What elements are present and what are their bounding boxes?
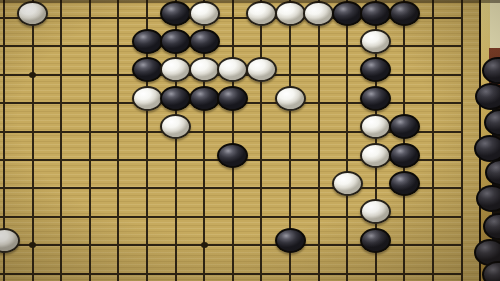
black-stone[interactable] bbox=[217, 143, 248, 168]
white-stone[interactable] bbox=[360, 29, 391, 54]
grid-line-vertical bbox=[461, 0, 463, 281]
white-stone[interactable] bbox=[160, 114, 191, 139]
black-stone[interactable] bbox=[189, 29, 220, 54]
white-stone[interactable] bbox=[332, 171, 363, 196]
black-stone[interactable] bbox=[360, 228, 391, 253]
black-stone[interactable] bbox=[132, 29, 163, 54]
hoshi-point bbox=[29, 242, 36, 248]
black-stone[interactable] bbox=[275, 228, 306, 253]
white-stone[interactable] bbox=[189, 1, 220, 26]
table-wood-edge bbox=[489, 48, 500, 103]
grid-line-horizontal bbox=[0, 244, 463, 246]
white-stone[interactable] bbox=[246, 1, 277, 26]
black-stone[interactable] bbox=[332, 1, 363, 26]
grid-line-horizontal bbox=[0, 45, 463, 47]
black-stone[interactable] bbox=[160, 1, 191, 26]
black-stone[interactable] bbox=[389, 114, 420, 139]
white-stone[interactable] bbox=[0, 228, 20, 253]
white-stone[interactable] bbox=[246, 57, 277, 82]
black-stone[interactable] bbox=[389, 143, 420, 168]
white-stone[interactable] bbox=[189, 57, 220, 82]
go-board[interactable] bbox=[0, 0, 479, 281]
grid-line-vertical bbox=[89, 0, 91, 281]
grid-line-vertical bbox=[232, 0, 234, 281]
white-stone[interactable] bbox=[360, 143, 391, 168]
background-light-patch bbox=[490, 0, 500, 48]
white-stone[interactable] bbox=[217, 57, 248, 82]
screenshot-frame bbox=[0, 0, 500, 281]
black-stone[interactable] bbox=[360, 86, 391, 111]
black-stone[interactable] bbox=[217, 86, 248, 111]
black-stone[interactable] bbox=[389, 1, 420, 26]
hoshi-point bbox=[201, 242, 208, 248]
black-stone[interactable] bbox=[389, 171, 420, 196]
black-stone[interactable] bbox=[360, 1, 391, 26]
grid-line-vertical bbox=[346, 0, 348, 281]
white-stone[interactable] bbox=[275, 1, 306, 26]
white-stone[interactable] bbox=[132, 86, 163, 111]
white-stone[interactable] bbox=[303, 1, 334, 26]
grid-line-vertical bbox=[60, 0, 62, 281]
white-stone[interactable] bbox=[275, 86, 306, 111]
white-stone[interactable] bbox=[17, 1, 48, 26]
grid-line-vertical bbox=[318, 0, 320, 281]
black-stone[interactable] bbox=[160, 86, 191, 111]
black-stone[interactable] bbox=[132, 57, 163, 82]
grid-line-vertical bbox=[403, 0, 405, 281]
white-stone[interactable] bbox=[160, 57, 191, 82]
black-stone[interactable] bbox=[360, 57, 391, 82]
grid-line-horizontal bbox=[0, 273, 463, 275]
white-stone[interactable] bbox=[360, 199, 391, 224]
grid-line-vertical bbox=[117, 0, 119, 281]
grid-line-vertical bbox=[32, 0, 34, 281]
grid-line-horizontal bbox=[0, 216, 463, 218]
white-stone[interactable] bbox=[360, 114, 391, 139]
hoshi-point bbox=[29, 72, 36, 78]
grid-line-vertical bbox=[432, 0, 434, 281]
black-stone[interactable] bbox=[160, 29, 191, 54]
grid-line-vertical bbox=[260, 0, 262, 281]
black-stone[interactable] bbox=[189, 86, 220, 111]
